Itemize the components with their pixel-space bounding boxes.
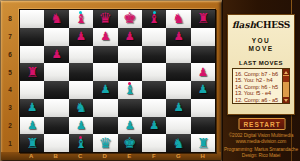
square-d5[interactable] <box>93 63 117 81</box>
square-a3[interactable]: ♟ <box>20 99 44 117</box>
scroll-up-icon[interactable] <box>283 69 289 75</box>
bishop-tip-icon <box>79 11 82 14</box>
turn-line-1: YOU <box>228 37 294 45</box>
square-c2[interactable]: ♟ <box>69 117 93 135</box>
square-b3[interactable] <box>44 99 68 117</box>
rank-label-7: 7 <box>1 28 19 46</box>
square-f2[interactable]: ♟ <box>142 117 166 135</box>
piece-black-pawn: ♟ <box>76 28 86 45</box>
square-d3[interactable] <box>93 99 117 117</box>
file-label-b: B <box>44 152 69 160</box>
square-b5[interactable] <box>44 63 68 81</box>
moves-list: 16. Comp: b7 - b6 15. You: h2 - h4 14. C… <box>232 68 290 104</box>
sidebar: flashCHESS YOU MOVE LAST MOVES 16. Comp:… <box>222 0 300 161</box>
file-label-d: D <box>93 152 118 160</box>
square-c3[interactable]: ♞ <box>69 99 93 117</box>
piece-black-knight: ♞ <box>51 10 63 27</box>
square-b4[interactable] <box>44 81 68 99</box>
piece-black-queen: ♛ <box>99 10 112 27</box>
square-h7[interactable] <box>191 28 215 46</box>
scroll-down-icon[interactable] <box>283 97 289 103</box>
square-f8[interactable]: ♝ <box>142 10 166 28</box>
piece-white-queen: ♛ <box>99 135 112 152</box>
piece-black-king: ♚ <box>123 10 136 27</box>
square-h1[interactable]: ♜ <box>191 134 215 152</box>
square-f5[interactable] <box>142 63 166 81</box>
piece-white-pawn: ♟ <box>149 117 159 134</box>
piece-white-pawn: ♟ <box>173 99 183 116</box>
square-h2[interactable] <box>191 117 215 135</box>
square-b6[interactable]: ♟ <box>44 46 68 64</box>
square-a7[interactable] <box>20 28 44 46</box>
square-b2[interactable] <box>44 117 68 135</box>
square-f4[interactable] <box>142 81 166 99</box>
square-h8[interactable]: ♜ <box>191 10 215 28</box>
info-panel: flashCHESS YOU MOVE LAST MOVES 16. Comp:… <box>227 14 295 115</box>
square-b8[interactable]: ♞ <box>44 10 68 28</box>
move-row: 12. Comp: a6 - a5 <box>235 97 281 104</box>
file-label-a: A <box>19 152 44 160</box>
square-a8[interactable] <box>20 10 44 28</box>
board: ♞♝♛♚♝♞♜♟♟♟♟♟♜♟♟♝♟♟♞♟♟♟♟♟♜♝♛♚♞♜ <box>19 9 216 153</box>
square-g2[interactable] <box>166 117 190 135</box>
square-a2[interactable]: ♟ <box>20 117 44 135</box>
square-e2[interactable]: ♟ <box>118 117 142 135</box>
piece-white-pawn: ♟ <box>76 117 86 134</box>
scrollbar-thumb[interactable] <box>283 76 289 82</box>
square-g7[interactable]: ♟ <box>166 28 190 46</box>
rank-label-8: 8 <box>1 10 19 28</box>
piece-white-king: ♚ <box>123 135 136 152</box>
piece-black-pawn: ♟ <box>100 28 110 45</box>
credit-website: www.media-division.com <box>223 139 299 145</box>
square-c7[interactable]: ♟ <box>69 28 93 46</box>
piece-black-bishop: ♝ <box>148 10 160 27</box>
file-label-f: F <box>142 152 167 160</box>
piece-black-knight: ♞ <box>172 10 184 27</box>
restart-button[interactable]: RESTART <box>239 118 286 130</box>
square-h3[interactable] <box>191 99 215 117</box>
square-a6[interactable] <box>20 46 44 64</box>
piece-black-rook: ♜ <box>26 64 38 81</box>
credit-programming: Programming: Marius Smarandache <box>223 147 299 153</box>
rank-label-4: 4 <box>1 81 19 99</box>
square-e7[interactable]: ♟ <box>118 28 142 46</box>
square-g3[interactable]: ♟ <box>166 99 190 117</box>
square-c4[interactable] <box>69 81 93 99</box>
logo-chess: CHESS <box>256 20 290 30</box>
square-e1[interactable]: ♚ <box>118 134 142 152</box>
logo-flash: flash <box>232 20 256 30</box>
square-e3[interactable] <box>118 99 142 117</box>
square-a5[interactable]: ♜ <box>20 63 44 81</box>
square-c5[interactable] <box>69 63 93 81</box>
square-d7[interactable]: ♟ <box>93 28 117 46</box>
bishop-tip-icon <box>128 82 131 85</box>
rank-label-2: 2 <box>1 117 19 135</box>
piece-black-pawn: ♟ <box>125 28 135 45</box>
flashchess-app: 8 7 6 5 4 3 2 1 A B C D E F G H ♞♝♛♚♝♞♜♟… <box>0 0 300 161</box>
square-d8[interactable]: ♛ <box>93 10 117 28</box>
square-d4[interactable]: ♟ <box>93 81 117 99</box>
square-f1[interactable] <box>142 134 166 152</box>
square-c8[interactable]: ♝ <box>69 10 93 28</box>
square-h6[interactable] <box>191 46 215 64</box>
square-d1[interactable]: ♛ <box>93 134 117 152</box>
piece-white-pawn: ♟ <box>198 81 208 98</box>
credit-copyright: ©2002 Digital Vision Multimedia <box>223 133 299 139</box>
square-c1[interactable]: ♝ <box>69 134 93 152</box>
square-c6[interactable] <box>69 46 93 64</box>
piece-white-pawn: ♟ <box>27 117 37 134</box>
piece-white-pawn: ♟ <box>125 117 135 134</box>
square-g6[interactable] <box>166 46 190 64</box>
piece-black-bishop: ♝ <box>75 10 87 27</box>
square-a1[interactable]: ♜ <box>20 134 44 152</box>
rank-label-1: 1 <box>1 134 19 152</box>
board-frame: 8 7 6 5 4 3 2 1 A B C D E F G H ♞♝♛♚♝♞♜♟… <box>0 0 222 161</box>
piece-white-pawn: ♟ <box>27 99 37 116</box>
square-e6[interactable] <box>118 46 142 64</box>
square-h5[interactable]: ♟ <box>191 63 215 81</box>
rank-label-6: 6 <box>1 46 19 64</box>
square-h4[interactable]: ♟ <box>191 81 215 99</box>
piece-white-knight: ♞ <box>172 135 184 152</box>
piece-white-bishop: ♝ <box>75 135 87 152</box>
square-a4[interactable] <box>20 81 44 99</box>
piece-white-pawn: ♟ <box>100 81 110 98</box>
square-g4[interactable] <box>166 81 190 99</box>
credits: ©2002 Digital Vision Multimedia www.medi… <box>223 133 299 158</box>
square-e4[interactable]: ♝ <box>118 81 142 99</box>
square-g5[interactable] <box>166 63 190 81</box>
file-label-c: C <box>68 152 93 160</box>
moves-scrollbar[interactable] <box>282 69 289 103</box>
piece-white-rook: ♜ <box>197 135 209 152</box>
piece-white-bishop: ♝ <box>124 81 136 98</box>
square-f3[interactable] <box>142 99 166 117</box>
piece-white-knight: ♞ <box>75 99 87 116</box>
rank-label-3: 3 <box>1 99 19 117</box>
bishop-tip-icon <box>79 136 82 139</box>
turn-line-2: MOVE <box>228 45 294 53</box>
square-d2[interactable] <box>93 117 117 135</box>
rank-labels: 8 7 6 5 4 3 2 1 <box>1 10 19 152</box>
piece-black-pawn: ♟ <box>198 64 208 81</box>
bishop-tip-icon <box>153 11 156 14</box>
square-e5[interactable] <box>118 63 142 81</box>
app-logo: flashCHESS <box>228 20 294 30</box>
credit-design: Design: Rico Matei <box>223 153 299 159</box>
moves-title: LAST MOVES <box>228 60 294 66</box>
square-g8[interactable]: ♞ <box>166 10 190 28</box>
file-labels: A B C D E F G H <box>19 152 215 160</box>
piece-white-rook: ♜ <box>26 135 38 152</box>
turn-indicator: YOU MOVE <box>228 37 294 52</box>
file-label-h: H <box>191 152 216 160</box>
square-f6[interactable] <box>142 46 166 64</box>
piece-black-pawn: ♟ <box>173 28 183 45</box>
square-b1[interactable] <box>44 134 68 152</box>
square-d6[interactable] <box>93 46 117 64</box>
rank-label-5: 5 <box>1 63 19 81</box>
file-label-e: E <box>117 152 142 160</box>
file-label-g: G <box>166 152 191 160</box>
piece-black-rook: ♜ <box>197 10 209 27</box>
square-e8[interactable]: ♚ <box>118 10 142 28</box>
square-b7[interactable] <box>44 28 68 46</box>
square-g1[interactable]: ♞ <box>166 134 190 152</box>
square-f7[interactable] <box>142 28 166 46</box>
piece-black-pawn: ♟ <box>51 46 61 63</box>
